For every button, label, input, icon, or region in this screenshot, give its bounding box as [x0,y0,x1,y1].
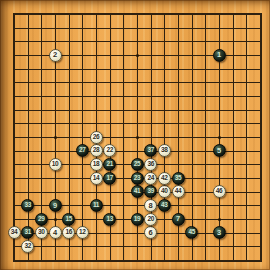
stone-move-number: 13 [106,216,112,223]
stone-move-number: 34 [11,229,17,236]
stone-move-number: 14 [93,175,99,182]
grid-line-vertical [164,14,165,261]
stone-8-white[interactable]: 8 [144,199,157,212]
stone-13-black[interactable]: 13 [103,213,116,226]
stone-3-black[interactable]: 3 [213,226,226,239]
stone-move-number: 20 [147,216,153,223]
stone-27-black[interactable]: 27 [76,144,89,157]
stone-17-black[interactable]: 17 [103,172,116,185]
star-point [218,136,221,139]
stone-move-number: 17 [106,175,112,182]
stone-14-white[interactable]: 14 [90,172,103,185]
grid-line-horizontal [14,246,261,247]
stone-move-number: 31 [24,229,30,236]
grid-line-vertical [260,14,261,261]
grid-line-vertical [233,14,234,261]
stone-42-white[interactable]: 42 [158,172,171,185]
grid-line-vertical [246,14,247,261]
stone-move-number: 9 [53,202,57,210]
stone-43-black[interactable]: 43 [158,199,171,212]
stone-move-number: 4 [53,229,57,237]
stone-move-number: 24 [147,175,153,182]
stone-29-black[interactable]: 29 [35,213,48,226]
stone-38-white[interactable]: 38 [158,144,171,157]
grid-line-vertical [205,14,206,261]
stone-move-number: 42 [161,175,167,182]
stone-move-number: 19 [134,216,140,223]
stone-move-number: 30 [38,229,44,236]
stone-20-white[interactable]: 20 [144,213,157,226]
stone-move-number: 28 [93,147,99,154]
stone-move-number: 27 [79,147,85,154]
stone-move-number: 36 [147,161,153,168]
stone-move-number: 11 [93,202,99,209]
stone-move-number: 8 [149,202,153,210]
stone-36-white[interactable]: 36 [144,158,157,171]
grid-line-vertical [192,14,193,261]
stone-move-number: 22 [106,147,112,154]
stone-28-white[interactable]: 28 [90,144,103,157]
star-point [136,136,139,139]
stone-move-number: 1 [217,51,221,59]
stone-move-number: 6 [149,229,153,237]
stone-18-white[interactable]: 18 [90,158,103,171]
stone-2-white[interactable]: 2 [49,49,62,62]
stone-move-number: 32 [24,243,30,250]
stone-move-number: 40 [161,188,167,195]
stone-23-black[interactable]: 23 [131,172,144,185]
stone-9-black[interactable]: 9 [49,199,62,212]
stone-move-number: 38 [161,147,167,154]
stone-move-number: 5 [217,147,221,155]
stone-move-number: 12 [79,229,85,236]
star-point [136,54,139,57]
stone-move-number: 39 [147,188,153,195]
stone-move-number: 43 [161,202,167,209]
stone-26-white[interactable]: 26 [90,131,103,144]
star-point [54,218,57,221]
stone-move-number: 37 [147,147,153,154]
stone-32-white[interactable]: 32 [21,240,34,253]
stone-7-black[interactable]: 7 [172,213,185,226]
stone-move-number: 23 [134,175,140,182]
stone-15-black[interactable]: 15 [62,213,75,226]
stone-move-number: 26 [93,134,99,141]
stone-34-white[interactable]: 34 [8,226,21,239]
stone-move-number: 35 [175,175,181,182]
go-board[interactable]: 1234567891011121314151617181920212223242… [0,0,270,270]
stone-10-white[interactable]: 10 [49,158,62,171]
grid-line-horizontal [14,260,261,261]
stone-33-black[interactable]: 33 [21,199,34,212]
stone-move-number: 45 [188,229,194,236]
stone-move-number: 15 [65,216,71,223]
stone-11-black[interactable]: 11 [90,199,103,212]
stone-move-number: 16 [65,229,71,236]
stone-19-black[interactable]: 19 [131,213,144,226]
star-point [54,136,57,139]
stone-46-white[interactable]: 46 [213,185,226,198]
stone-move-number: 7 [176,215,180,223]
stone-4-white[interactable]: 4 [49,226,62,239]
stone-move-number: 25 [134,161,140,168]
star-point [218,218,221,221]
stone-21-black[interactable]: 21 [103,158,116,171]
stone-24-white[interactable]: 24 [144,172,157,185]
stone-5-black[interactable]: 5 [213,144,226,157]
stone-move-number: 29 [38,216,44,223]
stone-30-white[interactable]: 30 [35,226,48,239]
stone-move-number: 18 [93,161,99,168]
stone-move-number: 41 [134,188,140,195]
stone-41-black[interactable]: 41 [131,185,144,198]
stone-move-number: 46 [216,188,222,195]
stone-move-number: 21 [106,161,112,168]
stone-move-number: 33 [24,202,30,209]
stone-move-number: 10 [52,161,58,168]
stone-44-white[interactable]: 44 [172,185,185,198]
stone-35-black[interactable]: 35 [172,172,185,185]
stone-1-black[interactable]: 1 [213,49,226,62]
stone-move-number: 2 [53,51,57,59]
stone-40-white[interactable]: 40 [158,185,171,198]
stone-move-number: 44 [175,188,181,195]
stone-25-black[interactable]: 25 [131,158,144,171]
stone-12-white[interactable]: 12 [76,226,89,239]
stone-move-number: 3 [217,229,221,237]
